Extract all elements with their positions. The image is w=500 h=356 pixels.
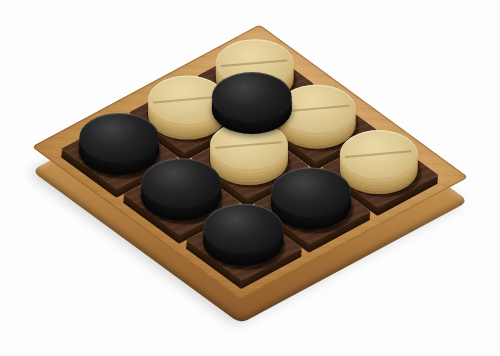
projection-wrapper	[243, 243, 245, 245]
light-disc[interactable]	[340, 130, 418, 179]
projection-wrapper	[187, 115, 189, 117]
projection-wrapper	[249, 161, 251, 163]
board-top-face	[31, 24, 468, 300]
projection-wrapper	[252, 121, 254, 123]
black-disc[interactable]	[203, 204, 283, 254]
projection-wrapper	[181, 197, 183, 199]
projection-wrapper	[119, 152, 121, 154]
black-disc-raised[interactable]	[212, 72, 292, 122]
black-disc[interactable]	[141, 158, 221, 208]
projection-wrapper	[317, 125, 319, 127]
projection-wrapper	[379, 170, 381, 172]
photo-scene	[0, 0, 500, 356]
black-disc[interactable]	[79, 113, 159, 163]
projection-wrapper	[311, 207, 313, 209]
black-disc[interactable]	[271, 168, 351, 218]
tictactoe-board	[95, 7, 405, 317]
